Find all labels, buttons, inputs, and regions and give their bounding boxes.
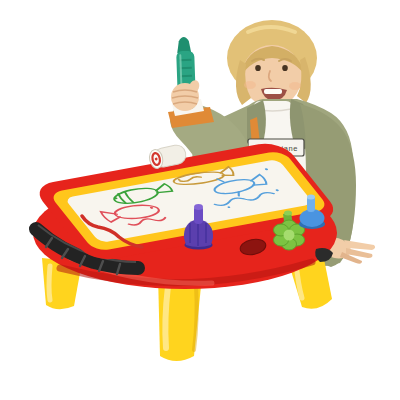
center-leg-highlight <box>165 286 168 348</box>
right-cheek <box>289 82 301 90</box>
left-cheek <box>244 81 256 89</box>
photo-canvas: uer e Liane <box>0 0 400 400</box>
teeth <box>264 89 282 94</box>
right-eye <box>282 65 288 71</box>
product-photo: uer e Liane <box>0 0 400 400</box>
left-leg-highlight <box>49 266 50 300</box>
left-eye <box>255 65 261 71</box>
